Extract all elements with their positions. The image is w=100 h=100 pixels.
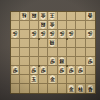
board-cell[interactable] <box>76 57 85 66</box>
board-cell[interactable] <box>20 66 29 75</box>
board-cell[interactable]: 歩 <box>67 30 76 39</box>
board-cell[interactable]: 桂 <box>20 12 29 21</box>
board-cell[interactable]: 香 <box>86 84 95 93</box>
board-cell[interactable]: 歩 <box>39 66 48 75</box>
shogi-piece-p[interactable]: 歩 <box>87 30 94 38</box>
board-cell[interactable] <box>86 66 95 75</box>
shogi-piece-p[interactable]: 歩 <box>49 30 56 38</box>
board-cell[interactable] <box>67 75 76 84</box>
shogi-piece-P[interactable]: 歩 <box>40 66 47 74</box>
star-point <box>38 38 40 40</box>
board-cell[interactable]: 歩 <box>11 66 20 75</box>
board-cell[interactable] <box>67 39 76 48</box>
board-cell[interactable] <box>48 48 57 57</box>
board-cell[interactable] <box>86 21 95 30</box>
board-cell[interactable] <box>39 48 48 57</box>
board-cell[interactable] <box>48 84 57 93</box>
shogi-piece-p[interactable]: 歩 <box>58 30 65 38</box>
shogi-piece-P[interactable]: 歩 <box>87 57 94 65</box>
board-cell[interactable] <box>11 57 20 66</box>
board-cell[interactable]: 香 <box>86 12 95 21</box>
shogi-piece-K[interactable]: 玉 <box>30 75 37 83</box>
board-cell[interactable]: 金 <box>39 12 48 21</box>
board-cell[interactable] <box>20 39 29 48</box>
shogi-piece-r[interactable]: 飛 <box>49 39 56 47</box>
board-cell[interactable] <box>58 48 67 57</box>
board-cell[interactable]: 歩 <box>67 66 76 75</box>
shogi-piece-S[interactable]: 銀 <box>58 57 65 65</box>
shogi-piece-L[interactable]: 香 <box>87 85 94 93</box>
board-cell[interactable] <box>76 48 85 57</box>
board-cell[interactable]: 歩 <box>48 57 57 66</box>
shogi-piece-P[interactable]: 歩 <box>12 66 19 74</box>
shogi-piece-P[interactable]: 歩 <box>77 66 84 74</box>
board-cell[interactable]: 金 <box>48 75 57 84</box>
board-cell[interactable] <box>30 84 39 93</box>
star-point <box>66 38 68 40</box>
shogi-piece-n[interactable]: 桂 <box>21 12 28 20</box>
board-cell[interactable] <box>76 30 85 39</box>
board-cell[interactable] <box>39 57 48 66</box>
shogi-piece-G[interactable]: 金 <box>49 75 56 83</box>
board-cell[interactable] <box>67 48 76 57</box>
star-point <box>38 65 40 67</box>
board-cell[interactable] <box>20 30 29 39</box>
board-cell[interactable]: 王 <box>48 12 57 21</box>
shogi-piece-p[interactable]: 歩 <box>30 30 37 38</box>
shogi-piece-k[interactable]: 王 <box>49 12 56 20</box>
shogi-piece-l[interactable]: 香 <box>87 12 94 20</box>
board-cell[interactable]: 歩 <box>11 30 20 39</box>
board-cell[interactable]: 歩 <box>58 66 67 75</box>
board-cell[interactable]: 銀 <box>30 12 39 21</box>
board-cell[interactable] <box>20 57 29 66</box>
board-cell[interactable]: 玉 <box>30 75 39 84</box>
board-cell[interactable] <box>67 21 76 30</box>
shogi-piece-P[interactable]: 歩 <box>49 57 56 65</box>
shogi-piece-P[interactable]: 歩 <box>30 66 37 74</box>
board-cell[interactable]: 飛 <box>48 39 57 48</box>
board-cell[interactable] <box>76 21 85 30</box>
board-cell[interactable] <box>58 75 67 84</box>
board-cell[interactable] <box>20 21 29 30</box>
board-cell[interactable] <box>67 12 76 21</box>
board-cell[interactable] <box>39 75 48 84</box>
board-cell[interactable] <box>48 66 57 75</box>
board-cell[interactable]: 金 <box>48 21 57 30</box>
board-cell[interactable]: 歩 <box>39 30 48 39</box>
shogi-board: 桂銀金王香銀金歩歩歩歩歩歩歩飛歩銀歩歩歩歩歩歩歩玉金金桂香 <box>10 11 96 94</box>
board-cell[interactable]: 桂 <box>76 84 85 93</box>
board-cell[interactable] <box>11 75 20 84</box>
board-cell[interactable] <box>86 75 95 84</box>
board-cell[interactable] <box>76 12 85 21</box>
board-cell[interactable]: 銀 <box>39 21 48 30</box>
board-cell[interactable] <box>67 57 76 66</box>
shogi-piece-p[interactable]: 歩 <box>68 30 75 38</box>
board-cell[interactable]: 歩 <box>86 57 95 66</box>
board-cell[interactable] <box>86 39 95 48</box>
board-cell[interactable] <box>58 21 67 30</box>
shogi-piece-g[interactable]: 金 <box>40 12 47 20</box>
board-cell[interactable] <box>11 12 20 21</box>
board-cell[interactable] <box>20 75 29 84</box>
board-cell[interactable]: 歩 <box>86 30 95 39</box>
board-cell[interactable] <box>58 12 67 21</box>
shogi-piece-P[interactable]: 歩 <box>68 66 75 74</box>
board-cell[interactable] <box>76 39 85 48</box>
board-cell[interactable] <box>39 39 48 48</box>
shogi-piece-N[interactable]: 桂 <box>77 85 84 93</box>
shogi-piece-G[interactable]: 金 <box>68 85 75 93</box>
shogi-piece-g[interactable]: 金 <box>49 21 56 29</box>
board-cell[interactable]: 歩 <box>30 66 39 75</box>
board-cell[interactable] <box>39 84 48 93</box>
board-cell[interactable] <box>58 84 67 93</box>
board-cell[interactable] <box>30 48 39 57</box>
board-cell[interactable] <box>20 48 29 57</box>
shogi-piece-P[interactable]: 歩 <box>58 66 65 74</box>
board-cell[interactable] <box>11 48 20 57</box>
board-cell[interactable] <box>76 75 85 84</box>
shogi-piece-p[interactable]: 歩 <box>12 30 19 38</box>
shogi-piece-p[interactable]: 歩 <box>40 30 47 38</box>
board-cell[interactable] <box>30 39 39 48</box>
board-cell[interactable]: 歩 <box>76 66 85 75</box>
star-point <box>66 65 68 67</box>
board-cell[interactable] <box>20 84 29 93</box>
shogi-piece-s[interactable]: 銀 <box>40 21 47 29</box>
board-cell[interactable] <box>86 48 95 57</box>
board-cell[interactable] <box>11 21 20 30</box>
screenshot-root: 桂銀金王香銀金歩歩歩歩歩歩歩飛歩銀歩歩歩歩歩歩歩玉金金桂香 <box>0 0 100 100</box>
board-cell[interactable] <box>11 39 20 48</box>
shogi-piece-s[interactable]: 銀 <box>30 12 37 20</box>
board-cell[interactable]: 歩 <box>48 30 57 39</box>
board-cell[interactable] <box>11 84 20 93</box>
board-cell[interactable]: 金 <box>67 84 76 93</box>
board-cell[interactable] <box>58 39 67 48</box>
board-cell[interactable] <box>30 21 39 30</box>
